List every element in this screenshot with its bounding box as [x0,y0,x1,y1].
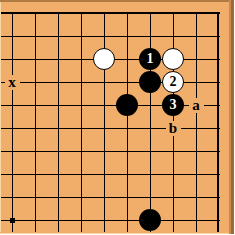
board-mark-b: b [166,121,181,136]
black-stone [139,209,161,231]
grid-line-h [0,197,220,198]
grid-line-v [150,12,151,232]
board-edge-line-right [217,12,219,232]
grid-line-h [0,220,220,221]
black-stone [116,94,138,116]
board-frame-left [0,1,1,232]
white-stone: 2 [162,71,184,93]
board-edge-line-top [0,12,220,14]
grid-line-v [12,12,13,232]
black-stone: 3 [162,94,184,116]
grid-line-h [0,151,220,152]
black-stone [139,71,161,93]
grid-line-h [0,36,220,37]
white-stone [162,48,184,70]
grid-line-h [0,128,220,129]
grid-line-h [0,82,220,83]
grid-line-h [0,174,220,175]
stone-move-number: 3 [170,98,177,112]
stone-move-number: 1 [147,52,154,66]
board-mark-x: x [5,75,20,90]
grid-line-v [104,12,105,232]
grid-line-v [196,12,197,232]
board-frame-bottom [0,233,229,235]
grid-line-v [127,12,128,232]
black-stone: 1 [139,48,161,70]
grid-line-v [58,12,59,232]
board-mark-a: a [189,98,204,113]
stone-move-number: 2 [170,75,177,89]
board-frame-top [0,0,234,2]
grid-line-h [0,105,220,106]
hoshi-point [10,218,15,223]
go-board-diagram: xab123 [0,0,234,234]
grid-line-v [81,12,82,232]
white-stone [93,48,115,70]
board-frame-right [229,0,235,234]
grid-line-v [35,12,36,232]
